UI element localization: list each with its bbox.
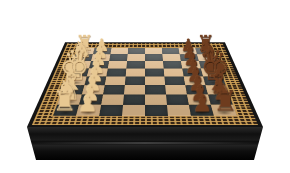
board-ornament-border: ♜♟♟♜♞♟♟♞♝♟♟♝♛♟♟♛♚♟♟♚♝♟♟♝♞♟♟♞♜♟♟♜ bbox=[32, 43, 258, 125]
square-light[interactable] bbox=[145, 61, 164, 68]
square-light[interactable] bbox=[127, 54, 145, 61]
chess-board: ♜♟♟♜♞♟♟♞♝♟♟♝♛♟♟♛♚♟♟♚♝♟♟♝♞♟♟♞♜♟♟♜ bbox=[27, 42, 263, 127]
case-lid-seam bbox=[14, 142, 276, 144]
square-light[interactable] bbox=[126, 69, 145, 77]
square-dark[interactable] bbox=[109, 54, 128, 61]
square-dark[interactable] bbox=[164, 77, 185, 86]
square-dark[interactable] bbox=[123, 94, 145, 104]
square-light[interactable] bbox=[101, 94, 124, 104]
square-dark[interactable] bbox=[106, 69, 126, 77]
square-dark[interactable]: ♟ bbox=[189, 105, 214, 116]
piece-black-rook[interactable]: ♜ bbox=[213, 88, 238, 116]
square-light[interactable] bbox=[122, 105, 145, 116]
square-dark[interactable] bbox=[145, 105, 168, 116]
square-dark[interactable] bbox=[145, 54, 163, 61]
square-light[interactable] bbox=[145, 77, 165, 86]
square-light[interactable] bbox=[108, 61, 127, 68]
square-dark[interactable] bbox=[166, 94, 189, 104]
square-light[interactable]: ♜ bbox=[211, 105, 237, 116]
square-dark[interactable] bbox=[99, 105, 123, 116]
square-light[interactable] bbox=[124, 85, 145, 94]
square-dark[interactable] bbox=[145, 69, 164, 77]
square-dark[interactable]: ♜ bbox=[53, 105, 79, 116]
square-dark[interactable] bbox=[125, 77, 145, 86]
square-light[interactable] bbox=[164, 69, 184, 77]
square-light[interactable] bbox=[167, 105, 191, 116]
square-dark[interactable] bbox=[103, 85, 125, 94]
square-dark[interactable] bbox=[145, 85, 166, 94]
chess-set-photo: ♜♟♟♜♞♟♟♞♝♟♟♝♛♟♟♛♚♟♟♚♝♟♟♝♞♟♟♞♜♟♟♜ bbox=[0, 0, 290, 173]
square-light[interactable] bbox=[162, 54, 181, 61]
piece-black-pawn[interactable]: ♟ bbox=[192, 92, 213, 115]
square-dark[interactable] bbox=[126, 61, 145, 68]
piece-white-pawn[interactable]: ♟ bbox=[77, 92, 98, 115]
square-light[interactable] bbox=[105, 77, 126, 86]
square-light[interactable]: ♟ bbox=[76, 105, 101, 116]
square-light[interactable] bbox=[145, 94, 167, 104]
square-dark[interactable] bbox=[163, 61, 182, 68]
square-light[interactable] bbox=[165, 85, 187, 94]
piece-white-rook[interactable]: ♜ bbox=[52, 88, 77, 116]
case-front bbox=[0, 127, 290, 161]
board-grid: ♜♟♟♜♞♟♟♞♝♟♟♝♛♟♟♛♚♟♟♚♝♟♟♝♞♟♟♞♜♟♟♜ bbox=[51, 47, 239, 117]
